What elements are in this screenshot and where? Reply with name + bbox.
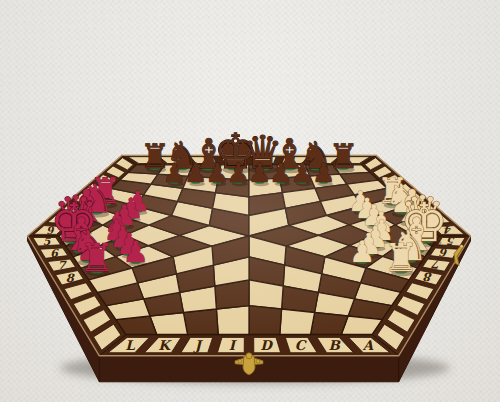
svg-text:♜: ♜ <box>384 235 418 280</box>
frame-label-B: B <box>328 337 341 353</box>
piece-red-pawn: ♟ <box>123 235 149 269</box>
svg-text:♟: ♟ <box>312 157 336 188</box>
piece-brown-pawn: ♟ <box>269 157 293 188</box>
piece-red-rook: ♜ <box>80 235 114 280</box>
piece-brown-pawn: ♟ <box>205 157 229 188</box>
photo-backdrop: 910111212345678ABCDIJKL8765♜♞♝♚♛♝♞♜♟♟♟♟♟… <box>0 0 500 402</box>
svg-text:♟: ♟ <box>162 157 186 188</box>
piece-brown-pawn: ♟ <box>312 157 336 188</box>
svg-text:♟: ♟ <box>123 235 149 269</box>
svg-text:♜: ♜ <box>80 235 114 280</box>
piece-brown-pawn: ♟ <box>290 157 314 188</box>
svg-text:♟: ♟ <box>205 157 229 188</box>
frame-label-A: A <box>362 337 374 353</box>
frame-label-D: D <box>260 337 273 353</box>
svg-text:♟: ♟ <box>269 157 293 188</box>
svg-text:♟: ♟ <box>226 157 250 188</box>
svg-text:♟: ♟ <box>184 157 208 188</box>
piece-brown-pawn: ♟ <box>162 157 186 188</box>
piece-natural-rook: ♜ <box>384 235 418 280</box>
svg-text:♟: ♟ <box>290 157 314 188</box>
frame-label-L: L <box>125 337 135 353</box>
frame-label-C: C <box>295 337 307 353</box>
svg-text:♟: ♟ <box>248 157 272 188</box>
piece-brown-pawn: ♟ <box>248 157 272 188</box>
piece-brown-pawn: ♟ <box>184 157 208 188</box>
three-player-chess-board: 910111212345678ABCDIJKL8765♜♞♝♚♛♝♞♜♟♟♟♟♟… <box>0 0 500 402</box>
piece-natural-pawn: ♟ <box>349 235 375 269</box>
svg-text:♟: ♟ <box>349 235 375 269</box>
piece-brown-pawn: ♟ <box>226 157 250 188</box>
